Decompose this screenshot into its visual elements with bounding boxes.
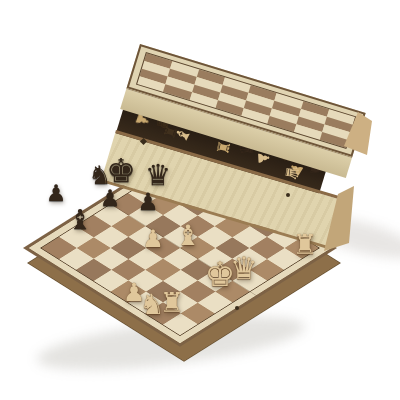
chess-piece-black-pawn: ♟	[46, 182, 67, 205]
body-clasp	[286, 193, 290, 197]
board-clasp	[235, 306, 239, 310]
